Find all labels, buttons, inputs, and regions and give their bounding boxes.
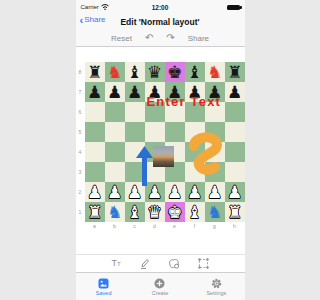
battery-icon <box>227 5 240 11</box>
file-label-g: g <box>205 222 225 230</box>
square-h8[interactable]: ♜ <box>225 62 245 82</box>
rank-label-3: 3 <box>76 162 85 182</box>
file-label-d: d <box>145 222 165 230</box>
undo-icon[interactable]: ↶ <box>145 33 153 43</box>
square-c8[interactable]: ♝ <box>125 62 145 82</box>
square-a3[interactable] <box>85 162 105 182</box>
black-rook-piece: ♜ <box>85 62 105 82</box>
shape-tool-icon[interactable] <box>168 258 180 269</box>
rank-label-6: 6 <box>76 102 85 122</box>
file-label-b: b <box>105 222 125 230</box>
tab-create[interactable]: Create <box>132 273 188 300</box>
square-c1[interactable]: ♝ <box>125 202 145 222</box>
white-pawn-piece: ♟ <box>205 182 225 202</box>
white-pawn-piece: ♟ <box>165 182 185 202</box>
black-pawn-piece: ♟ <box>105 82 125 102</box>
tab-settings[interactable]: Settings <box>188 273 244 300</box>
black-pawn-piece: ♟ <box>225 82 245 102</box>
white-king-piece: ♚ <box>165 202 185 222</box>
square-h6[interactable] <box>225 102 245 122</box>
square-a7[interactable]: ♟ <box>85 82 105 102</box>
black-queen-piece: ♛ <box>145 62 165 82</box>
white-pawn-piece: ♟ <box>225 182 245 202</box>
rank-label-1: 1 <box>76 202 85 222</box>
square-a4[interactable] <box>85 142 105 162</box>
white-bishop-piece: ♝ <box>185 202 205 222</box>
square-h4[interactable] <box>225 142 245 162</box>
edit-toolbar: Reset ↶ ↷ Share <box>76 30 245 46</box>
square-b1[interactable]: ♞ <box>105 202 125 222</box>
square-e2[interactable]: ♟ <box>165 182 185 202</box>
square-c5[interactable] <box>125 122 145 142</box>
square-a5[interactable] <box>85 122 105 142</box>
white-rook-piece: ♜ <box>225 202 245 222</box>
back-button[interactable]: ‹ Share <box>80 15 106 24</box>
black-pawn-piece: ♟ <box>125 82 145 102</box>
square-d5[interactable] <box>145 122 165 142</box>
tab-saved-label: Saved <box>96 290 112 296</box>
square-f8[interactable]: ♝ <box>185 62 205 82</box>
white-pawn-piece: ♟ <box>105 182 125 202</box>
square-h7[interactable]: ♟ <box>225 82 245 102</box>
text-annotation[interactable]: Enter Text <box>147 94 222 109</box>
square-b7[interactable]: ♟ <box>105 82 125 102</box>
rank-label-8: 8 <box>76 62 85 82</box>
text-tool-button[interactable]: TT <box>111 259 120 269</box>
status-bar: Carrier 12:00 <box>76 0 245 14</box>
square-b5[interactable] <box>105 122 125 142</box>
transform-tool-icon[interactable] <box>198 258 209 269</box>
black-rook-piece: ♜ <box>225 62 245 82</box>
photo-annotation[interactable] <box>153 146 174 167</box>
square-c7[interactable]: ♟ <box>125 82 145 102</box>
white-pawn-piece: ♟ <box>85 182 105 202</box>
clock: 12:00 <box>76 4 245 11</box>
rank-labels: 87654321 <box>76 62 85 222</box>
tab-settings-label: Settings <box>206 290 226 296</box>
white-queen-piece: ♛ <box>145 202 165 222</box>
red-knight-piece: ♞ <box>105 62 125 82</box>
tab-saved[interactable]: Saved <box>76 273 132 300</box>
page-title: Edit 'Normal layout' <box>106 17 215 27</box>
app-screen: Carrier 12:00 ‹ Share Edit 'Normal layou… <box>76 0 245 300</box>
arrow-annotation[interactable] <box>136 146 153 186</box>
square-b3[interactable] <box>105 162 125 182</box>
file-label-c: c <box>125 222 145 230</box>
white-rook-piece: ♜ <box>85 202 105 222</box>
tab-create-label: Create <box>152 290 169 296</box>
scribble-annotation[interactable] <box>187 132 223 178</box>
square-a8[interactable]: ♜ <box>85 62 105 82</box>
create-tab-icon <box>154 278 165 289</box>
share-button[interactable]: Share <box>188 34 209 43</box>
square-b2[interactable]: ♟ <box>105 182 125 202</box>
back-button-label: Share <box>84 15 105 24</box>
black-pawn-piece: ♟ <box>85 82 105 102</box>
file-label-h: h <box>225 222 245 230</box>
file-labels: abcdefgh <box>85 222 245 230</box>
red-knight-piece: ♞ <box>205 62 225 82</box>
reset-button[interactable]: Reset <box>111 34 132 43</box>
file-label-e: e <box>165 222 185 230</box>
square-g1[interactable]: ♞ <box>205 202 225 222</box>
black-bishop-piece: ♝ <box>125 62 145 82</box>
file-label-a: a <box>85 222 105 230</box>
rank-label-5: 5 <box>76 122 85 142</box>
square-h3[interactable] <box>225 162 245 182</box>
tab-bar: Saved Create Settings <box>76 272 245 300</box>
square-a2[interactable]: ♟ <box>85 182 105 202</box>
nav-bar: ‹ Share Edit 'Normal layout' <box>76 14 245 30</box>
blue-knight-piece: ♞ <box>205 202 225 222</box>
rank-label-2: 2 <box>76 182 85 202</box>
square-g8[interactable]: ♞ <box>205 62 225 82</box>
square-a1[interactable]: ♜ <box>85 202 105 222</box>
square-h5[interactable] <box>225 122 245 142</box>
blue-knight-piece: ♞ <box>105 202 125 222</box>
square-b4[interactable] <box>105 142 125 162</box>
pen-tool-icon[interactable] <box>139 258 150 269</box>
square-d1[interactable]: ♛ <box>145 202 165 222</box>
square-g2[interactable]: ♟ <box>205 182 225 202</box>
saved-tab-icon <box>98 278 109 289</box>
square-f1[interactable]: ♝ <box>185 202 205 222</box>
square-f2[interactable]: ♟ <box>185 182 205 202</box>
file-label-f: f <box>185 222 205 230</box>
square-e5[interactable] <box>165 122 185 142</box>
settings-tab-icon <box>211 278 222 289</box>
rank-label-4: 4 <box>76 142 85 162</box>
chevron-left-icon: ‹ <box>80 16 84 24</box>
top-chrome: Carrier 12:00 ‹ Share Edit 'Normal layou… <box>76 0 245 47</box>
redo-icon[interactable]: ↷ <box>166 33 174 43</box>
square-b8[interactable]: ♞ <box>105 62 125 82</box>
square-d8[interactable]: ♛ <box>145 62 165 82</box>
square-b6[interactable] <box>105 102 125 122</box>
square-e1[interactable]: ♚ <box>165 202 185 222</box>
draw-toolbar: TT <box>76 254 245 272</box>
black-bishop-piece: ♝ <box>185 62 205 82</box>
square-c6[interactable] <box>125 102 145 122</box>
black-king-piece: ♚ <box>165 62 185 82</box>
rank-label-7: 7 <box>76 82 85 102</box>
square-a6[interactable] <box>85 102 105 122</box>
square-e8[interactable]: ♚ <box>165 62 185 82</box>
square-h2[interactable]: ♟ <box>225 182 245 202</box>
square-h1[interactable]: ♜ <box>225 202 245 222</box>
white-bishop-piece: ♝ <box>125 202 145 222</box>
white-pawn-piece: ♟ <box>185 182 205 202</box>
